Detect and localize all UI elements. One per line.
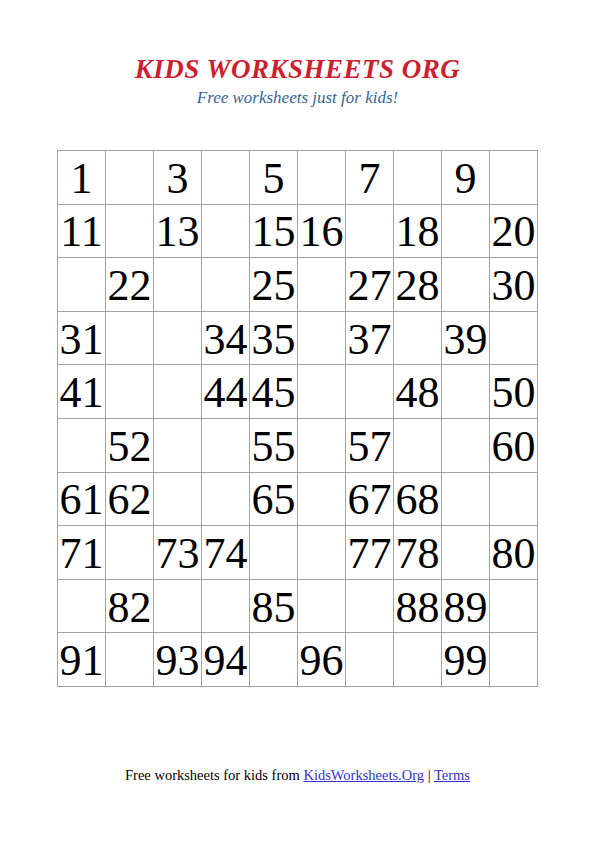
grid-cell-blank[interactable] [154, 258, 202, 312]
grid-cell-blank[interactable] [298, 258, 346, 312]
grid-cell-blank[interactable] [490, 473, 538, 527]
grid-cell-blank[interactable] [202, 151, 250, 205]
grid-cell-filled: 20 [490, 205, 538, 259]
grid-cell-blank[interactable] [250, 526, 298, 580]
grid-cell-blank[interactable] [298, 473, 346, 527]
grid-cell-blank[interactable] [202, 419, 250, 473]
grid-cell-filled: 93 [154, 633, 202, 687]
grid-cell-blank[interactable] [490, 312, 538, 366]
grid-cell-filled: 22 [106, 258, 154, 312]
grid-cell-filled: 65 [250, 473, 298, 527]
grid-cell-filled: 94 [202, 633, 250, 687]
grid-cell-filled: 88 [394, 580, 442, 634]
grid-cell-filled: 71 [58, 526, 106, 580]
grid-cell-blank[interactable] [154, 473, 202, 527]
grid-cell-filled: 55 [250, 419, 298, 473]
grid-cell-blank[interactable] [442, 526, 490, 580]
footer: Free worksheets for kids from KidsWorksh… [0, 767, 595, 784]
grid-cell-filled: 7 [346, 151, 394, 205]
grid-cell-blank[interactable] [490, 580, 538, 634]
grid-cell-filled: 48 [394, 365, 442, 419]
grid-cell-blank[interactable] [442, 258, 490, 312]
grid-cell-blank[interactable] [442, 205, 490, 259]
grid-cell-filled: 89 [442, 580, 490, 634]
grid-cell-filled: 57 [346, 419, 394, 473]
grid-cell-blank[interactable] [202, 580, 250, 634]
grid-cell-blank[interactable] [394, 312, 442, 366]
grid-cell-filled: 91 [58, 633, 106, 687]
grid-cell-blank[interactable] [394, 633, 442, 687]
grid-cell-blank[interactable] [154, 580, 202, 634]
grid-cell-filled: 82 [106, 580, 154, 634]
grid-cell-filled: 44 [202, 365, 250, 419]
grid-cell-filled: 52 [106, 419, 154, 473]
grid-cell-filled: 5 [250, 151, 298, 205]
grid-cell-filled: 1 [58, 151, 106, 205]
grid-cell-filled: 34 [202, 312, 250, 366]
grid-cell-blank[interactable] [442, 473, 490, 527]
grid-cell-filled: 25 [250, 258, 298, 312]
grid-cell-blank[interactable] [58, 419, 106, 473]
footer-separator: | [424, 767, 434, 783]
grid-cell-blank[interactable] [298, 312, 346, 366]
grid-cell-filled: 60 [490, 419, 538, 473]
grid-cell-filled: 39 [442, 312, 490, 366]
grid-cell-filled: 62 [106, 473, 154, 527]
grid-cell-filled: 3 [154, 151, 202, 205]
grid-cell-filled: 16 [298, 205, 346, 259]
number-grid: 1357911131516182022252728303134353739414… [57, 150, 538, 687]
grid-cell-blank[interactable] [346, 365, 394, 419]
grid-cell-filled: 45 [250, 365, 298, 419]
grid-cell-blank[interactable] [202, 473, 250, 527]
grid-cell-filled: 85 [250, 580, 298, 634]
footer-link-terms[interactable]: Terms [434, 767, 470, 783]
grid-cell-filled: 13 [154, 205, 202, 259]
grid-cell-blank[interactable] [58, 580, 106, 634]
grid-cell-filled: 50 [490, 365, 538, 419]
grid-cell-blank[interactable] [298, 419, 346, 473]
grid-cell-filled: 74 [202, 526, 250, 580]
grid-cell-filled: 18 [394, 205, 442, 259]
grid-cell-blank[interactable] [298, 151, 346, 205]
grid-cell-blank[interactable] [106, 365, 154, 419]
grid-cell-blank[interactable] [106, 633, 154, 687]
grid-cell-blank[interactable] [394, 151, 442, 205]
grid-cell-blank[interactable] [346, 633, 394, 687]
grid-cell-blank[interactable] [394, 419, 442, 473]
grid-cell-filled: 67 [346, 473, 394, 527]
grid-cell-filled: 99 [442, 633, 490, 687]
grid-cell-filled: 9 [442, 151, 490, 205]
grid-cell-blank[interactable] [202, 258, 250, 312]
grid-cell-filled: 11 [58, 205, 106, 259]
grid-cell-filled: 31 [58, 312, 106, 366]
grid-cell-blank[interactable] [346, 580, 394, 634]
grid-cell-filled: 78 [394, 526, 442, 580]
page-subtitle: Free worksheets just for kids! [0, 88, 595, 108]
grid-cell-blank[interactable] [442, 419, 490, 473]
grid-cell-blank[interactable] [346, 205, 394, 259]
grid-cell-blank[interactable] [298, 526, 346, 580]
footer-link-kidsworksheets[interactable]: KidsWorksheets.Org [303, 767, 424, 783]
grid-cell-blank[interactable] [490, 151, 538, 205]
grid-cell-blank[interactable] [106, 151, 154, 205]
grid-cell-filled: 73 [154, 526, 202, 580]
grid-cell-blank[interactable] [202, 205, 250, 259]
grid-cell-blank[interactable] [298, 365, 346, 419]
grid-cell-filled: 27 [346, 258, 394, 312]
grid-cell-filled: 15 [250, 205, 298, 259]
grid-cell-filled: 35 [250, 312, 298, 366]
grid-cell-filled: 30 [490, 258, 538, 312]
grid-cell-filled: 77 [346, 526, 394, 580]
grid-cell-filled: 37 [346, 312, 394, 366]
grid-cell-filled: 96 [298, 633, 346, 687]
grid-cell-filled: 61 [58, 473, 106, 527]
grid-cell-blank[interactable] [58, 258, 106, 312]
grid-cell-filled: 68 [394, 473, 442, 527]
grid-cell-blank[interactable] [490, 633, 538, 687]
grid-cell-blank[interactable] [154, 419, 202, 473]
grid-cell-filled: 28 [394, 258, 442, 312]
footer-text: Free worksheets for kids from [125, 767, 303, 783]
grid-cell-filled: 80 [490, 526, 538, 580]
grid-cell-filled: 41 [58, 365, 106, 419]
grid-cell-blank[interactable] [106, 526, 154, 580]
grid-cell-blank[interactable] [442, 365, 490, 419]
grid-cell-blank[interactable] [154, 312, 202, 366]
grid-cell-blank[interactable] [106, 205, 154, 259]
grid-cell-blank[interactable] [154, 365, 202, 419]
grid-cell-blank[interactable] [250, 633, 298, 687]
grid-cell-blank[interactable] [106, 312, 154, 366]
grid-cell-blank[interactable] [298, 580, 346, 634]
worksheet-page: KIDS WORKSHEETS ORG Free worksheets just… [0, 0, 595, 842]
page-title: KIDS WORKSHEETS ORG [0, 54, 595, 85]
